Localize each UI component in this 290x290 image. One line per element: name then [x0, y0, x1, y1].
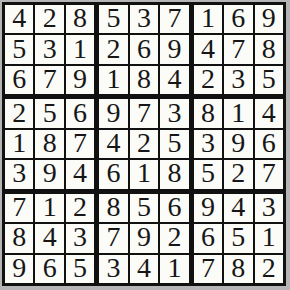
- cell-digit: 7: [167, 5, 181, 32]
- cell-digit: 1: [73, 35, 87, 62]
- cell-r6c6[interactable]: 8: [160, 160, 188, 188]
- cell-r2c9[interactable]: 8: [255, 35, 283, 63]
- cell-digit: 7: [43, 66, 57, 93]
- cell-digit: 6: [201, 224, 215, 251]
- cell-r8c8[interactable]: 5: [224, 224, 252, 252]
- cell-digit: 2: [43, 5, 57, 32]
- cell-digit: 6: [262, 130, 276, 157]
- cell-r5c8[interactable]: 9: [224, 130, 252, 158]
- cell-r3c1[interactable]: 6: [5, 66, 33, 94]
- cell-digit: 1: [231, 99, 245, 126]
- cell-digit: 7: [73, 130, 87, 157]
- cell-digit: 3: [43, 35, 57, 62]
- cell-r5c2[interactable]: 8: [35, 130, 63, 158]
- cell-digit: 8: [73, 5, 87, 32]
- cell-r5c1[interactable]: 1: [5, 130, 33, 158]
- cell-digit: 9: [73, 66, 87, 93]
- cell-r5c6[interactable]: 5: [160, 130, 188, 158]
- cell-r2c8[interactable]: 7: [224, 35, 252, 63]
- image-frame: 4285316795372691841694782352561873949734…: [0, 0, 290, 290]
- cell-r1c3[interactable]: 8: [66, 5, 94, 33]
- cell-r4c1[interactable]: 2: [5, 99, 33, 127]
- cell-r4c2[interactable]: 5: [35, 99, 63, 127]
- cell-r3c5[interactable]: 8: [130, 66, 158, 94]
- cell-digit: 3: [167, 99, 181, 126]
- cell-digit: 2: [262, 255, 276, 282]
- cell-digit: 5: [43, 99, 57, 126]
- cell-digit: 1: [167, 255, 181, 282]
- cell-r9c3[interactable]: 5: [66, 255, 94, 283]
- cell-r3c6[interactable]: 4: [160, 66, 188, 94]
- cell-r9c6[interactable]: 1: [160, 255, 188, 283]
- cell-r7c7[interactable]: 9: [194, 194, 222, 222]
- cell-r2c5[interactable]: 6: [130, 35, 158, 63]
- cell-digit: 8: [231, 255, 245, 282]
- cell-digit: 5: [167, 130, 181, 157]
- cell-digit: 3: [262, 194, 276, 221]
- cell-digit: 1: [262, 224, 276, 251]
- cell-r1c8[interactable]: 6: [224, 5, 252, 33]
- cell-digit: 9: [43, 160, 57, 187]
- cell-digit: 3: [73, 224, 87, 251]
- cell-digit: 8: [43, 130, 57, 157]
- cell-r2c1[interactable]: 5: [5, 35, 33, 63]
- cell-digit: 6: [137, 35, 151, 62]
- cell-digit: 7: [231, 35, 245, 62]
- cell-r1c2[interactable]: 2: [35, 5, 63, 33]
- box-3-2: 856792341: [99, 194, 188, 283]
- cell-digit: 6: [167, 194, 181, 221]
- cell-digit: 5: [201, 160, 215, 187]
- cell-digit: 6: [43, 255, 57, 282]
- cell-r2c3[interactable]: 1: [66, 35, 94, 63]
- cell-digit: 2: [12, 99, 26, 126]
- cell-digit: 2: [167, 224, 181, 251]
- cell-digit: 6: [73, 99, 87, 126]
- cell-digit: 4: [201, 35, 215, 62]
- sudoku-board: 4285316795372691841694782352561873949734…: [2, 2, 286, 286]
- cell-r8c3[interactable]: 3: [66, 224, 94, 252]
- cell-r7c3[interactable]: 2: [66, 194, 94, 222]
- cell-digit: 7: [12, 194, 26, 221]
- cell-digit: 5: [262, 66, 276, 93]
- cell-digit: 3: [12, 160, 26, 187]
- cell-digit: 6: [12, 66, 26, 93]
- cell-r2c6[interactable]: 9: [160, 35, 188, 63]
- cell-digit: 4: [167, 66, 181, 93]
- cell-r6c9[interactable]: 7: [255, 160, 283, 188]
- cell-digit: 4: [73, 160, 87, 187]
- cell-digit: 4: [43, 224, 57, 251]
- cell-digit: 9: [107, 99, 121, 126]
- cell-r7c4[interactable]: 8: [99, 194, 127, 222]
- cell-r9c8[interactable]: 8: [224, 255, 252, 283]
- cell-r3c4[interactable]: 1: [99, 66, 127, 94]
- cell-digit: 2: [201, 66, 215, 93]
- cell-r5c7[interactable]: 3: [194, 130, 222, 158]
- cell-r9c9[interactable]: 2: [255, 255, 283, 283]
- box-1-1: 428531679: [5, 5, 94, 94]
- cell-r3c8[interactable]: 3: [224, 66, 252, 94]
- cell-r1c1[interactable]: 4: [5, 5, 33, 33]
- cell-r5c3[interactable]: 7: [66, 130, 94, 158]
- cell-digit: 2: [73, 194, 87, 221]
- box-1-2: 537269184: [99, 5, 188, 94]
- cell-digit: 4: [107, 130, 121, 157]
- cell-r1c7[interactable]: 1: [194, 5, 222, 33]
- cell-digit: 7: [137, 99, 151, 126]
- cell-r4c8[interactable]: 1: [224, 99, 252, 127]
- cell-r4c7[interactable]: 8: [194, 99, 222, 127]
- cell-r8c1[interactable]: 8: [5, 224, 33, 252]
- cell-r6c3[interactable]: 4: [66, 160, 94, 188]
- cell-r4c5[interactable]: 7: [130, 99, 158, 127]
- box-1-3: 169478235: [194, 5, 283, 94]
- cell-digit: 1: [137, 160, 151, 187]
- cell-r9c2[interactable]: 6: [35, 255, 63, 283]
- cell-digit: 8: [262, 35, 276, 62]
- cell-r5c5[interactable]: 2: [130, 130, 158, 158]
- cell-digit: 2: [231, 160, 245, 187]
- cell-r6c5[interactable]: 1: [130, 160, 158, 188]
- cell-digit: 2: [137, 130, 151, 157]
- cell-r7c9[interactable]: 3: [255, 194, 283, 222]
- cell-digit: 3: [231, 66, 245, 93]
- cell-r8c2[interactable]: 4: [35, 224, 63, 252]
- cell-r3c3[interactable]: 9: [66, 66, 94, 94]
- cell-digit: 4: [12, 5, 26, 32]
- cell-digit: 9: [231, 130, 245, 157]
- cell-r6c2[interactable]: 9: [35, 160, 63, 188]
- cell-r7c1[interactable]: 7: [5, 194, 33, 222]
- cell-digit: 1: [12, 130, 26, 157]
- cell-r6c1[interactable]: 3: [5, 160, 33, 188]
- cell-r4c9[interactable]: 4: [255, 99, 283, 127]
- cell-digit: 5: [231, 224, 245, 251]
- box-2-1: 256187394: [5, 99, 94, 188]
- cell-r1c5[interactable]: 3: [130, 5, 158, 33]
- cell-r9c1[interactable]: 9: [5, 255, 33, 283]
- cell-r1c6[interactable]: 7: [160, 5, 188, 33]
- cell-digit: 9: [167, 35, 181, 62]
- cell-digit: 3: [201, 130, 215, 157]
- cell-digit: 3: [107, 255, 121, 282]
- cell-digit: 3: [137, 5, 151, 32]
- cell-r9c5[interactable]: 4: [130, 255, 158, 283]
- cell-r6c8[interactable]: 2: [224, 160, 252, 188]
- cell-digit: 8: [167, 160, 181, 187]
- cell-r3c7[interactable]: 2: [194, 66, 222, 94]
- cell-r2c4[interactable]: 2: [99, 35, 127, 63]
- cell-r7c2[interactable]: 1: [35, 194, 63, 222]
- cell-r8c6[interactable]: 2: [160, 224, 188, 252]
- cell-digit: 9: [12, 255, 26, 282]
- box-3-1: 712843965: [5, 194, 94, 283]
- cell-digit: 1: [107, 66, 121, 93]
- cell-digit: 5: [12, 35, 26, 62]
- cell-digit: 5: [137, 194, 151, 221]
- cell-r8c4[interactable]: 7: [99, 224, 127, 252]
- cell-digit: 4: [262, 99, 276, 126]
- cell-r8c7[interactable]: 6: [194, 224, 222, 252]
- cell-digit: 7: [107, 224, 121, 251]
- cell-digit: 7: [262, 160, 276, 187]
- cell-r3c2[interactable]: 7: [35, 66, 63, 94]
- box-2-3: 814396527: [194, 99, 283, 188]
- cell-r6c7[interactable]: 5: [194, 160, 222, 188]
- cell-r7c8[interactable]: 4: [224, 194, 252, 222]
- cell-r8c9[interactable]: 1: [255, 224, 283, 252]
- cell-digit: 1: [201, 5, 215, 32]
- cell-r4c6[interactable]: 3: [160, 99, 188, 127]
- cell-digit: 5: [107, 5, 121, 32]
- cell-r4c4[interactable]: 9: [99, 99, 127, 127]
- cell-digit: 1: [43, 194, 57, 221]
- cell-digit: 8: [137, 66, 151, 93]
- cell-digit: 6: [231, 5, 245, 32]
- cell-digit: 6: [107, 160, 121, 187]
- cell-r2c7[interactable]: 4: [194, 35, 222, 63]
- cell-r5c4[interactable]: 4: [99, 130, 127, 158]
- cell-digit: 4: [231, 194, 245, 221]
- cell-digit: 8: [107, 194, 121, 221]
- cell-digit: 7: [201, 255, 215, 282]
- cell-r9c7[interactable]: 7: [194, 255, 222, 283]
- cell-r5c9[interactable]: 6: [255, 130, 283, 158]
- cell-r4c3[interactable]: 6: [66, 99, 94, 127]
- cell-r9c4[interactable]: 3: [99, 255, 127, 283]
- cell-r3c9[interactable]: 5: [255, 66, 283, 94]
- cell-digit: 2: [107, 35, 121, 62]
- cell-r7c5[interactable]: 5: [130, 194, 158, 222]
- cell-r8c5[interactable]: 9: [130, 224, 158, 252]
- cell-r7c6[interactable]: 6: [160, 194, 188, 222]
- cell-r1c4[interactable]: 5: [99, 5, 127, 33]
- cell-r1c9[interactable]: 9: [255, 5, 283, 33]
- cell-digit: 4: [137, 255, 151, 282]
- cell-digit: 9: [137, 224, 151, 251]
- cell-digit: 8: [12, 224, 26, 251]
- cell-digit: 9: [201, 194, 215, 221]
- cell-r6c4[interactable]: 6: [99, 160, 127, 188]
- cell-digit: 9: [262, 5, 276, 32]
- cell-digit: 8: [201, 99, 215, 126]
- cell-r2c2[interactable]: 3: [35, 35, 63, 63]
- box-2-2: 973425618: [99, 99, 188, 188]
- cell-digit: 5: [73, 255, 87, 282]
- box-3-3: 943651782: [194, 194, 283, 283]
